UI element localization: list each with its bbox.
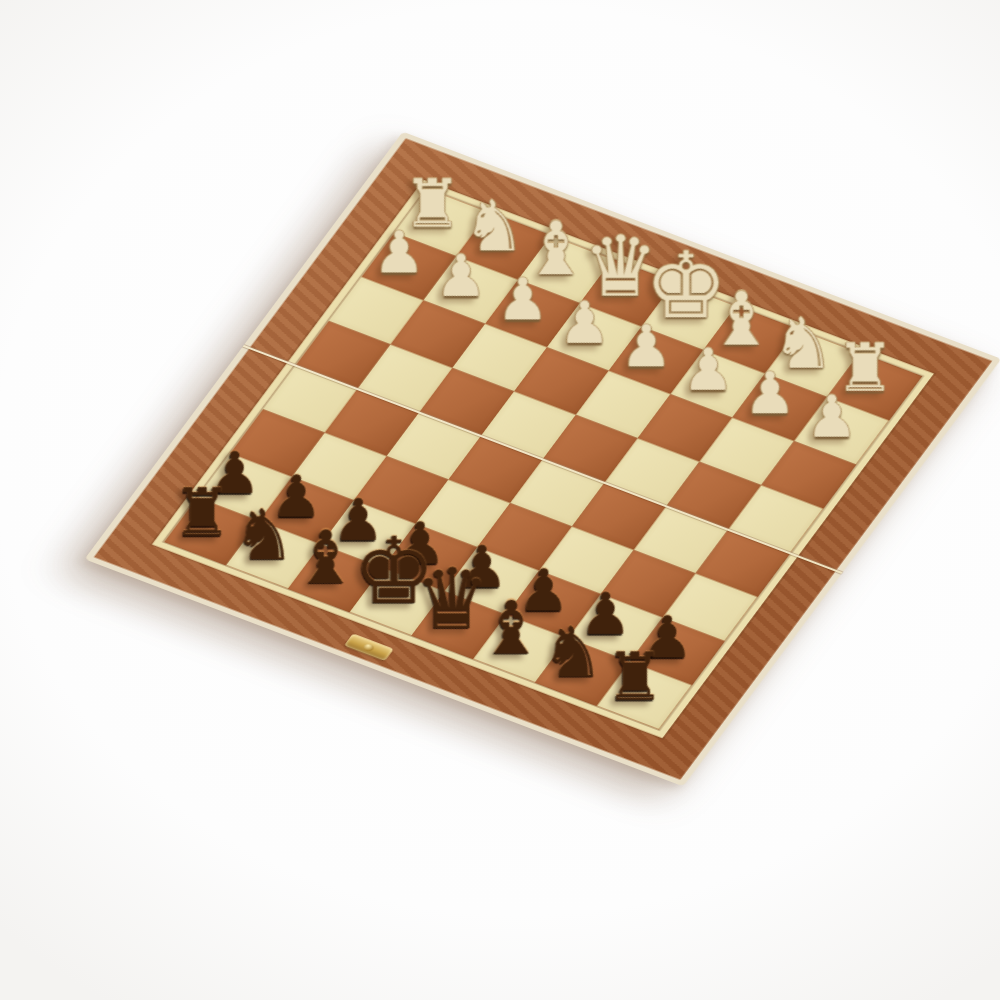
white-pawn-piece: ♟ (488, 271, 558, 329)
black-rook-piece: ♜ (167, 481, 237, 547)
chess-board: ♜♞♝♛♚♝♞♜♟♟♟♟♟♟♟♟♟♟♟♟♟♟♟♟♜♞♝♚♛♝♞♜ (85, 132, 1000, 787)
white-pawn-piece: ♟ (797, 388, 867, 446)
black-queen-piece: ♛ (415, 557, 485, 641)
black-bishop-piece: ♝ (476, 590, 546, 664)
black-knight-piece: ♞ (229, 500, 299, 570)
white-pawn-piece: ♟ (364, 224, 434, 282)
black-king-piece: ♚ (353, 526, 423, 618)
white-pawn-piece: ♟ (426, 247, 496, 305)
black-knight-piece: ♞ (538, 618, 608, 688)
white-pawn-piece: ♟ (673, 341, 743, 399)
brass-clasp-icon (344, 633, 394, 660)
white-pawn-piece: ♟ (611, 318, 681, 376)
photo-stage: ♜♞♝♛♚♝♞♜♟♟♟♟♟♟♟♟♟♟♟♟♟♟♟♟♜♞♝♚♛♝♞♜ (0, 0, 1000, 1000)
white-pawn-piece: ♟ (550, 294, 620, 352)
page: { "game": "chess", "scene": { "descripti… (0, 0, 1000, 1000)
black-rook-piece: ♜ (600, 645, 670, 711)
white-pawn-piece: ♟ (735, 365, 805, 423)
black-bishop-piece: ♝ (291, 520, 361, 594)
